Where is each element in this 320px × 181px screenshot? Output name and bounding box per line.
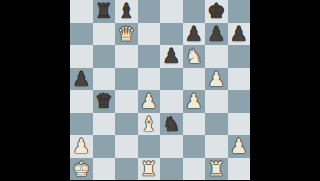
square-e7[interactable]: [160, 23, 183, 46]
square-a7[interactable]: [70, 23, 93, 46]
piece-black-king: ♚: [207, 0, 225, 22]
square-f6[interactable]: ♞: [183, 45, 206, 68]
square-c1[interactable]: [115, 158, 138, 181]
square-a5[interactable]: ♟: [70, 68, 93, 91]
square-f3[interactable]: [183, 113, 206, 136]
square-h8[interactable]: [228, 0, 251, 23]
piece-white-pawn: ♟: [140, 90, 158, 112]
square-g2[interactable]: [205, 135, 228, 158]
square-g6[interactable]: [205, 45, 228, 68]
piece-black-pawn: ♟: [230, 23, 248, 45]
square-d5[interactable]: [138, 68, 161, 91]
piece-black-pawn: ♟: [72, 68, 90, 90]
square-b2[interactable]: [93, 135, 116, 158]
square-h2[interactable]: ♟: [228, 135, 251, 158]
piece-white-rook: ♜: [140, 158, 158, 180]
piece-white-king: ♚: [72, 158, 90, 180]
square-d8[interactable]: [138, 0, 161, 23]
square-g5[interactable]: ♟: [205, 68, 228, 91]
square-f1[interactable]: [183, 158, 206, 181]
piece-black-knight: ♞: [162, 113, 180, 135]
square-f5[interactable]: [183, 68, 206, 91]
square-e1[interactable]: [160, 158, 183, 181]
square-a4[interactable]: [70, 90, 93, 113]
piece-white-pawn: ♟: [230, 135, 248, 157]
letterbox-left: [0, 0, 70, 180]
piece-black-bishop: ♝: [117, 0, 135, 22]
square-h5[interactable]: [228, 68, 251, 91]
square-f7[interactable]: ♟: [183, 23, 206, 46]
square-a3[interactable]: [70, 113, 93, 136]
piece-black-pawn: ♟: [162, 45, 180, 67]
square-e2[interactable]: [160, 135, 183, 158]
square-b5[interactable]: [93, 68, 116, 91]
piece-white-bishop: ♝: [140, 113, 158, 135]
piece-white-pawn: ♟: [185, 90, 203, 112]
square-c4[interactable]: [115, 90, 138, 113]
square-b3[interactable]: [93, 113, 116, 136]
square-c2[interactable]: [115, 135, 138, 158]
square-e4[interactable]: [160, 90, 183, 113]
square-c5[interactable]: [115, 68, 138, 91]
square-h1[interactable]: [228, 158, 251, 181]
page-root: ♜♝♚♛♟♟♟♟♞♟♟♛♟♟♝♞♟♟♚♜♜: [0, 0, 320, 180]
square-e5[interactable]: [160, 68, 183, 91]
square-c3[interactable]: [115, 113, 138, 136]
square-d4[interactable]: ♟: [138, 90, 161, 113]
piece-white-pawn: ♟: [72, 135, 90, 157]
square-b8[interactable]: ♜: [93, 0, 116, 23]
letterbox-right: [250, 0, 320, 180]
square-h3[interactable]: [228, 113, 251, 136]
square-a8[interactable]: [70, 0, 93, 23]
square-g4[interactable]: [205, 90, 228, 113]
square-d1[interactable]: ♜: [138, 158, 161, 181]
square-e3[interactable]: ♞: [160, 113, 183, 136]
square-f4[interactable]: ♟: [183, 90, 206, 113]
square-c7[interactable]: ♛: [115, 23, 138, 46]
square-a1[interactable]: ♚: [70, 158, 93, 181]
piece-black-pawn: ♟: [185, 23, 203, 45]
piece-white-rook: ♜: [207, 158, 225, 180]
square-b4[interactable]: ♛: [93, 90, 116, 113]
square-g7[interactable]: ♟: [205, 23, 228, 46]
square-g8[interactable]: ♚: [205, 0, 228, 23]
square-d2[interactable]: [138, 135, 161, 158]
square-g3[interactable]: [205, 113, 228, 136]
square-b1[interactable]: [93, 158, 116, 181]
square-c6[interactable]: [115, 45, 138, 68]
square-b7[interactable]: [93, 23, 116, 46]
piece-white-pawn: ♟: [207, 68, 225, 90]
piece-black-queen: ♛: [95, 90, 113, 112]
square-d7[interactable]: [138, 23, 161, 46]
square-c8[interactable]: ♝: [115, 0, 138, 23]
piece-black-pawn: ♟: [207, 23, 225, 45]
square-g1[interactable]: ♜: [205, 158, 228, 181]
square-e8[interactable]: [160, 0, 183, 23]
square-b6[interactable]: [93, 45, 116, 68]
piece-white-queen: ♛: [117, 23, 135, 45]
square-e6[interactable]: ♟: [160, 45, 183, 68]
square-d6[interactable]: [138, 45, 161, 68]
square-h4[interactable]: [228, 90, 251, 113]
piece-white-knight: ♞: [185, 45, 203, 67]
piece-black-rook: ♜: [95, 0, 113, 22]
square-f8[interactable]: [183, 0, 206, 23]
square-a2[interactable]: ♟: [70, 135, 93, 158]
square-f2[interactable]: [183, 135, 206, 158]
square-h7[interactable]: ♟: [228, 23, 251, 46]
square-d3[interactable]: ♝: [138, 113, 161, 136]
square-h6[interactable]: [228, 45, 251, 68]
square-a6[interactable]: [70, 45, 93, 68]
chess-board: ♜♝♚♛♟♟♟♟♞♟♟♛♟♟♝♞♟♟♚♜♜: [70, 0, 250, 180]
